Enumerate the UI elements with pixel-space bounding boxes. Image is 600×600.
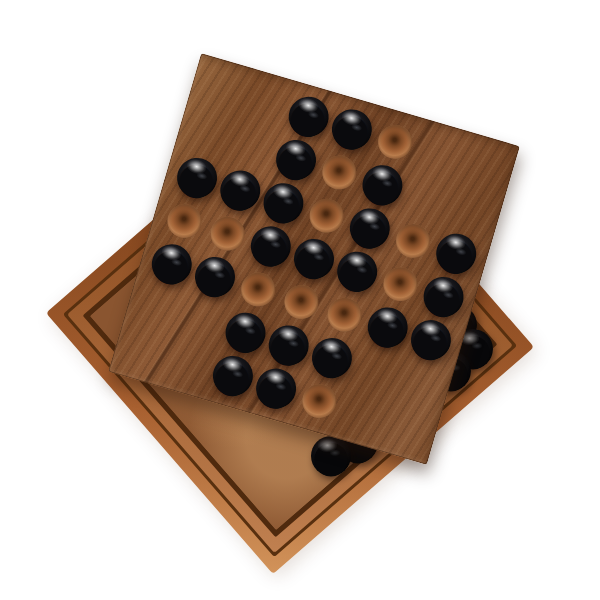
empty-hole[interactable] xyxy=(392,220,434,262)
empty-hole[interactable] xyxy=(298,380,340,422)
marble[interactable]: ● xyxy=(406,315,456,365)
scene: ●●●●● ●●●●●●●●●●●●●●●●●●●●●● xyxy=(0,0,600,600)
captured-marble[interactable]: ● xyxy=(311,436,351,476)
empty-hole[interactable] xyxy=(318,152,360,194)
